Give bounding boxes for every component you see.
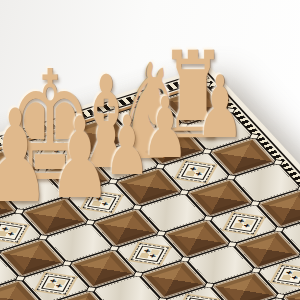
intersection-dot xyxy=(39,235,48,240)
intersection-dot xyxy=(181,257,190,262)
intersection-dot xyxy=(205,283,214,288)
intersection-dot xyxy=(251,201,260,206)
intersection-dot xyxy=(276,294,285,299)
intersection-dot xyxy=(204,216,213,221)
intersection-dot xyxy=(157,231,166,236)
intersection-dot xyxy=(16,276,25,281)
intersection-dot xyxy=(87,287,96,292)
white-pawn-h2[interactable]: ♟ xyxy=(196,64,244,150)
photo-viewport: ♟♚♟♝♟♞♟♜♟ xyxy=(0,0,300,300)
intersection-dot xyxy=(63,261,72,266)
intersection-dot xyxy=(252,268,261,273)
intersection-dot xyxy=(228,242,237,247)
intersection-dot xyxy=(227,175,236,180)
intersection-dot xyxy=(180,190,189,195)
intersection-dot xyxy=(134,272,143,277)
intersection-dot xyxy=(275,227,284,232)
intersection-dot xyxy=(274,160,283,165)
intersection-dot xyxy=(110,246,119,251)
intersection-dot xyxy=(250,134,259,139)
intersection-dot xyxy=(133,205,142,210)
white-pawn-d2[interactable]: ♟ xyxy=(0,93,51,221)
white-pawn-e2[interactable]: ♟ xyxy=(49,102,111,214)
